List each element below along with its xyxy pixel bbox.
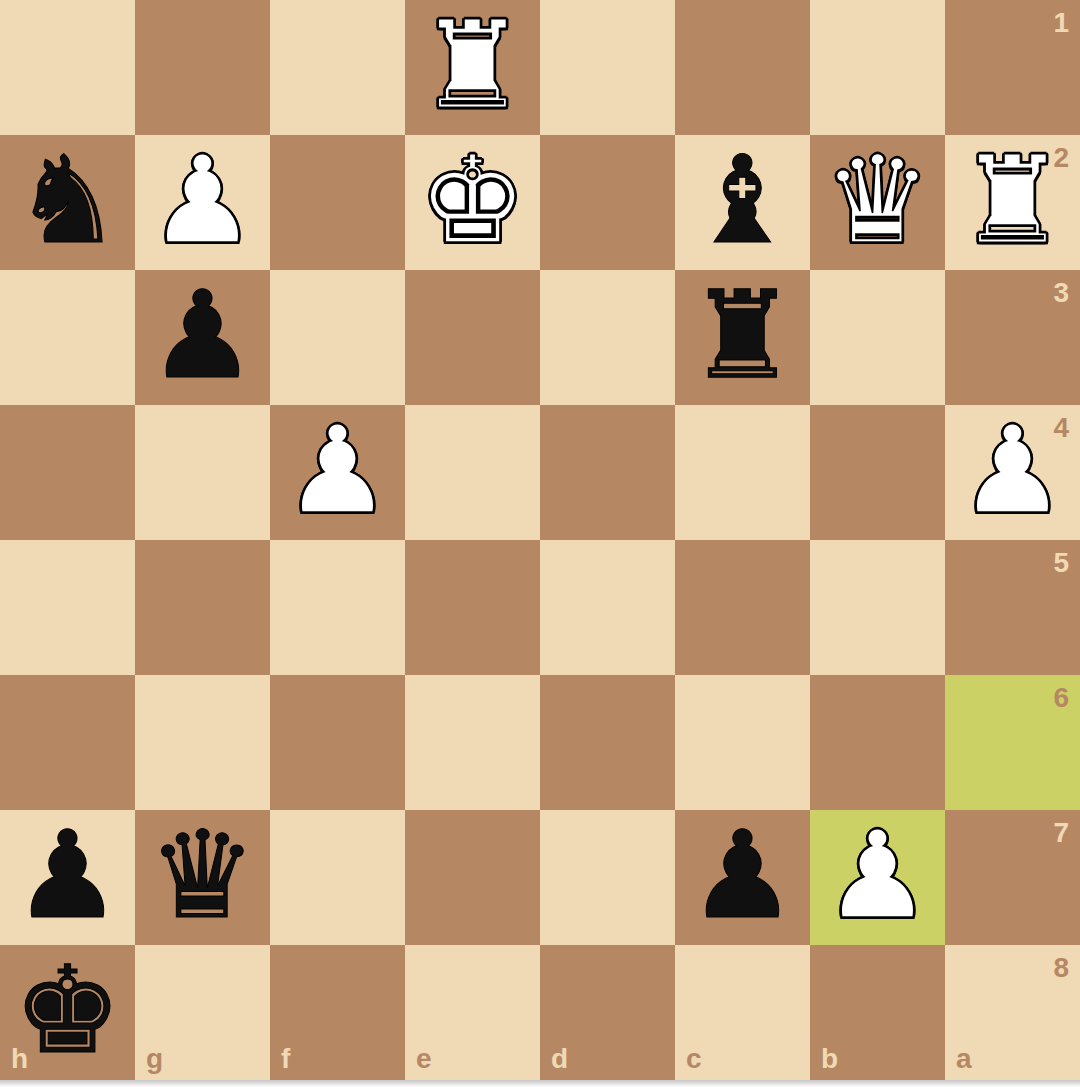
square-g7[interactable]: ♛	[135, 810, 270, 945]
rank-label-5: 5	[1053, 549, 1069, 577]
square-e5[interactable]	[405, 540, 540, 675]
square-a5[interactable]: 5	[945, 540, 1080, 675]
file-label-a: a	[956, 1045, 972, 1073]
file-label-f: f	[281, 1045, 290, 1073]
square-e7[interactable]	[405, 810, 540, 945]
square-e1[interactable]: ♜	[405, 0, 540, 135]
square-f1[interactable]	[270, 0, 405, 135]
square-a1[interactable]: 1	[945, 0, 1080, 135]
rank-label-6: 6	[1053, 684, 1069, 712]
square-f6[interactable]	[270, 675, 405, 810]
rank-label-8: 8	[1053, 954, 1069, 982]
square-f4[interactable]: ♟	[270, 405, 405, 540]
rank-label-1: 1	[1053, 9, 1069, 37]
square-g6[interactable]	[135, 675, 270, 810]
square-d2[interactable]	[540, 135, 675, 270]
square-d8[interactable]: d	[540, 945, 675, 1080]
square-b2[interactable]: ♛	[810, 135, 945, 270]
square-h4[interactable]	[0, 405, 135, 540]
white-queen[interactable]: ♛	[810, 135, 945, 270]
page: ♜1♞♟♚♝♛♜2♟♜3♟♟456♟♛♟♟7♚hgfedcb8a	[0, 0, 1080, 1087]
square-f5[interactable]	[270, 540, 405, 675]
square-f7[interactable]	[270, 810, 405, 945]
square-g5[interactable]	[135, 540, 270, 675]
white-king[interactable]: ♚	[405, 135, 540, 270]
square-g2[interactable]: ♟	[135, 135, 270, 270]
square-a4[interactable]: ♟4	[945, 405, 1080, 540]
square-b5[interactable]	[810, 540, 945, 675]
black-pawn[interactable]: ♟	[675, 810, 810, 945]
square-a3[interactable]: 3	[945, 270, 1080, 405]
square-b4[interactable]	[810, 405, 945, 540]
square-c8[interactable]: c	[675, 945, 810, 1080]
square-c4[interactable]	[675, 405, 810, 540]
file-label-e: e	[416, 1045, 432, 1073]
square-b3[interactable]	[810, 270, 945, 405]
white-pawn[interactable]: ♟	[810, 810, 945, 945]
square-f3[interactable]	[270, 270, 405, 405]
file-label-g: g	[146, 1045, 163, 1073]
square-c6[interactable]	[675, 675, 810, 810]
square-a6[interactable]: 6	[945, 675, 1080, 810]
file-label-d: d	[551, 1045, 568, 1073]
square-h1[interactable]	[0, 0, 135, 135]
square-g3[interactable]: ♟	[135, 270, 270, 405]
square-e4[interactable]	[405, 405, 540, 540]
black-queen[interactable]: ♛	[135, 810, 270, 945]
square-f2[interactable]	[270, 135, 405, 270]
square-c1[interactable]	[675, 0, 810, 135]
square-b8[interactable]: b	[810, 945, 945, 1080]
square-b1[interactable]	[810, 0, 945, 135]
black-rook[interactable]: ♜	[675, 270, 810, 405]
black-pawn[interactable]: ♟	[0, 810, 135, 945]
square-c7[interactable]: ♟	[675, 810, 810, 945]
file-label-c: c	[686, 1045, 702, 1073]
square-b7[interactable]: ♟	[810, 810, 945, 945]
square-d4[interactable]	[540, 405, 675, 540]
black-knight[interactable]: ♞	[0, 135, 135, 270]
square-d3[interactable]	[540, 270, 675, 405]
rank-label-7: 7	[1053, 819, 1069, 847]
chess-board: ♜1♞♟♚♝♛♜2♟♜3♟♟456♟♛♟♟7♚hgfedcb8a	[0, 0, 1080, 1080]
square-e3[interactable]	[405, 270, 540, 405]
square-c2[interactable]: ♝	[675, 135, 810, 270]
black-pawn[interactable]: ♟	[135, 270, 270, 405]
square-g1[interactable]	[135, 0, 270, 135]
square-h3[interactable]	[0, 270, 135, 405]
rank-label-2: 2	[1053, 144, 1069, 172]
square-h6[interactable]	[0, 675, 135, 810]
square-g8[interactable]: g	[135, 945, 270, 1080]
square-d7[interactable]	[540, 810, 675, 945]
square-e6[interactable]	[405, 675, 540, 810]
black-bishop[interactable]: ♝	[675, 135, 810, 270]
square-h8[interactable]: ♚h	[0, 945, 135, 1080]
square-d1[interactable]	[540, 0, 675, 135]
page-background-strip	[0, 1080, 1080, 1087]
square-d5[interactable]	[540, 540, 675, 675]
square-g4[interactable]	[135, 405, 270, 540]
square-a7[interactable]: 7	[945, 810, 1080, 945]
square-e8[interactable]: e	[405, 945, 540, 1080]
file-label-h: h	[11, 1045, 28, 1073]
square-d6[interactable]	[540, 675, 675, 810]
square-f8[interactable]: f	[270, 945, 405, 1080]
square-a8[interactable]: 8a	[945, 945, 1080, 1080]
square-h2[interactable]: ♞	[0, 135, 135, 270]
square-a2[interactable]: ♜2	[945, 135, 1080, 270]
white-rook[interactable]: ♜	[405, 0, 540, 135]
square-h5[interactable]	[0, 540, 135, 675]
square-b6[interactable]	[810, 675, 945, 810]
square-h7[interactable]: ♟	[0, 810, 135, 945]
white-pawn[interactable]: ♟	[270, 405, 405, 540]
rank-label-3: 3	[1053, 279, 1069, 307]
white-pawn[interactable]: ♟	[135, 135, 270, 270]
file-label-b: b	[821, 1045, 838, 1073]
square-e2[interactable]: ♚	[405, 135, 540, 270]
rank-label-4: 4	[1053, 414, 1069, 442]
square-c5[interactable]	[675, 540, 810, 675]
square-c3[interactable]: ♜	[675, 270, 810, 405]
